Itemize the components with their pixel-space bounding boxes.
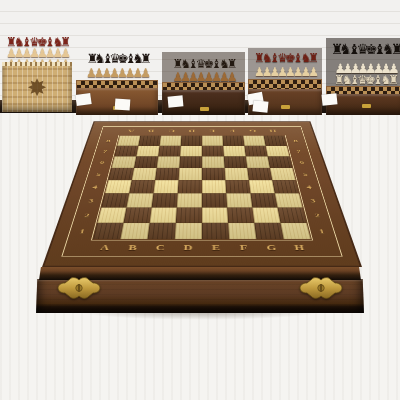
square-c1[interactable] [148,223,176,239]
square-c7[interactable] [158,146,181,157]
background-chess-set-5: ♜♞♝♛♚♝♞♜ ♟♟♟♟♟♟♟♟ ♜♞♝♛♚♝♞♜ [326,38,400,115]
chess-board: ABCDEFGH ABCDEFGH 87654321 87654321 [42,121,362,267]
square-e2[interactable] [202,208,228,223]
square-g8[interactable] [243,136,266,146]
brass-latch-icon [299,276,343,300]
file-labels-bottom: ABCDEFGH [89,240,315,255]
square-g1[interactable] [254,223,283,239]
background-pieces-row: ♜♞♝♛♚♝♞♜ [326,42,400,56]
price-tag [115,98,131,110]
background-chess-set-1: ♜♞♝♛♚♝♞♜ ♟♟♟♟♟♟♟♟ ♟♟♟♟♟♟♟♟ ✸ [2,36,72,116]
rank-label-1: 1 [69,223,96,239]
file-label-far-f: F [222,127,243,135]
file-label-b: B [117,240,147,255]
square-a5[interactable] [108,168,134,180]
file-label-d: D [174,240,202,255]
rank-label-3: 3 [79,193,104,207]
rosette-icon: ✸ [27,74,47,102]
price-tag [75,93,91,106]
rank-label-5: 5 [87,168,110,180]
rank-label-2: 2 [304,208,330,223]
file-label-h: H [284,240,315,255]
square-b3[interactable] [126,193,153,207]
rank-label-7: 7 [95,146,116,157]
carved-box: ✸ [2,62,72,112]
square-b7[interactable] [136,146,159,157]
rank-label-8: 8 [98,136,118,146]
square-a8[interactable] [117,136,140,146]
square-d3[interactable] [177,193,202,207]
brass-latch-icon [362,104,371,108]
square-f4[interactable] [225,180,250,193]
square-b5[interactable] [132,168,157,180]
square-b1[interactable] [120,223,149,239]
square-h5[interactable] [270,168,296,180]
brass-latch-icon [200,107,209,111]
square-f8[interactable] [223,136,245,146]
square-a6[interactable] [111,156,136,167]
square-a4[interactable] [105,180,132,193]
file-label-far-g: G [242,127,264,135]
file-label-far-d: D [181,127,202,135]
rank-label-6: 6 [291,156,313,167]
file-label-c: C [146,240,175,255]
background-pieces-row: ♟♟♟♟♟♟♟♟ [248,66,322,78]
square-e3[interactable] [202,193,227,207]
square-e4[interactable] [202,180,226,193]
background-chess-set-3: ♜♞♝♛♚♝♞♜ ♟♟♟♟♟♟♟♟ [162,52,245,115]
square-g2[interactable] [252,208,280,223]
file-label-f: F [229,240,258,255]
square-h6[interactable] [268,156,293,167]
square-g7[interactable] [244,146,267,157]
square-d2[interactable] [176,208,202,223]
square-b2[interactable] [124,208,152,223]
square-a7[interactable] [114,146,138,157]
board-grid [93,136,311,240]
rank-label-8: 8 [286,136,306,146]
file-label-e: E [202,240,230,255]
file-label-far-a: A [120,127,142,135]
file-label-g: G [257,240,287,255]
square-a2[interactable] [97,208,126,223]
background-pieces-row: ♜♞♝♛♚♝♞♜ [162,58,245,70]
square-f1[interactable] [228,223,256,239]
square-g6[interactable] [246,156,270,167]
square-d1[interactable] [175,223,202,239]
square-h7[interactable] [266,146,290,157]
background-pieces-row: ♜♞♝♛♚♝♞♜ [76,52,158,65]
square-g5[interactable] [247,168,272,180]
background-chess-set-4: ♜♞♝♛♚♝♞♜ ♟♟♟♟♟♟♟♟ [248,46,322,115]
square-f3[interactable] [226,193,252,207]
square-c6[interactable] [157,156,180,167]
rank-label-5: 5 [294,168,317,180]
square-e1[interactable] [202,223,229,239]
square-b6[interactable] [134,156,158,167]
square-e6[interactable] [202,156,225,167]
square-e5[interactable] [202,168,225,180]
square-c8[interactable] [160,136,182,146]
square-h3[interactable] [275,193,303,207]
square-d6[interactable] [179,156,202,167]
brass-latch-icon [57,276,101,300]
rank-label-4: 4 [83,180,107,193]
square-a1[interactable] [93,223,123,239]
square-b4[interactable] [129,180,155,193]
background-pieces-row: ♜♞♝♛♚♝♞♜ [326,74,400,86]
file-labels-top: ABCDEFGH [120,127,284,135]
background-chess-set-2: ♜♞♝♛♚♝♞♜ ♟♟♟♟♟♟♟♟ [76,50,158,115]
inlay-strip [2,62,72,66]
square-d5[interactable] [179,168,202,180]
square-c2[interactable] [150,208,177,223]
square-g4[interactable] [249,180,275,193]
square-d4[interactable] [178,180,202,193]
square-a3[interactable] [101,193,129,207]
file-label-a: A [89,240,120,255]
shop-photo-scene: ♜♞♝♛♚♝♞♜ ♟♟♟♟♟♟♟♟ ♟♟♟♟♟♟♟♟ ✸ ♜♞♝♛♚♝♞♜ ♟♟… [0,0,400,400]
square-c4[interactable] [153,180,178,193]
rank-label-6: 6 [91,156,113,167]
file-label-far-h: H [262,127,284,135]
price-tag [321,93,337,106]
square-b8[interactable] [138,136,161,146]
square-h2[interactable] [278,208,307,223]
square-e7[interactable] [202,146,224,157]
square-g3[interactable] [251,193,278,207]
square-h8[interactable] [264,136,287,146]
square-c3[interactable] [152,193,178,207]
square-h1[interactable] [280,223,310,239]
background-pieces-row: ♜♞♝♛♚♝♞♜ [248,52,322,64]
square-c5[interactable] [155,168,179,180]
brass-latch-icon [281,105,290,109]
rank-label-2: 2 [74,208,100,223]
price-tag [168,95,184,107]
price-tag [252,100,268,113]
square-h4[interactable] [272,180,299,193]
rank-label-3: 3 [301,193,326,207]
square-d7[interactable] [180,146,202,157]
background-pieces-row: ♟♟♟♟♟♟♟♟ [76,67,158,79]
rank-label-4: 4 [297,180,321,193]
square-f5[interactable] [225,168,249,180]
square-f6[interactable] [224,156,247,167]
file-label-far-c: C [161,127,182,135]
file-label-far-b: B [140,127,162,135]
square-d8[interactable] [181,136,202,146]
square-e8[interactable] [202,136,223,146]
rank-label-7: 7 [288,146,309,157]
file-label-far-e: E [202,127,223,135]
square-f7[interactable] [223,146,246,157]
square-f2[interactable] [227,208,254,223]
